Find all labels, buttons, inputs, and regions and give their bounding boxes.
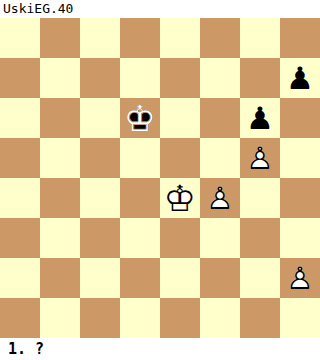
square-e4[interactable]: ♚♔ (160, 178, 200, 218)
square-h4[interactable] (280, 178, 320, 218)
square-e7[interactable] (160, 58, 200, 98)
square-h7[interactable]: ♟ (280, 58, 320, 98)
square-b7[interactable] (40, 58, 80, 98)
square-e5[interactable] (160, 138, 200, 178)
square-a8[interactable] (0, 18, 40, 58)
square-h3[interactable] (280, 218, 320, 258)
square-g6[interactable]: ♟ (240, 98, 280, 138)
white-king-piece: ♚ (160, 178, 200, 218)
black-pawn-piece: ♟ (240, 98, 280, 138)
white-pawn-piece: ♟ (200, 178, 240, 218)
square-g3[interactable] (240, 218, 280, 258)
square-f8[interactable] (200, 18, 240, 58)
square-c5[interactable] (80, 138, 120, 178)
square-a2[interactable] (0, 258, 40, 298)
square-h8[interactable] (280, 18, 320, 58)
square-d8[interactable] (120, 18, 160, 58)
square-f5[interactable] (200, 138, 240, 178)
move-prompt: 1. ? (8, 340, 44, 358)
square-f6[interactable] (200, 98, 240, 138)
square-g8[interactable] (240, 18, 280, 58)
square-b3[interactable] (40, 218, 80, 258)
square-e1[interactable] (160, 298, 200, 338)
square-b5[interactable] (40, 138, 80, 178)
square-g4[interactable] (240, 178, 280, 218)
square-e8[interactable] (160, 18, 200, 58)
chess-diagram: UskiEG.40 ♟♚♔♟♟♙♚♔♟♙♟♙ 1. ? (0, 0, 320, 360)
black-king-piece: ♚ (120, 98, 160, 138)
square-b2[interactable] (40, 258, 80, 298)
square-c3[interactable] (80, 218, 120, 258)
chess-board: ♟♚♔♟♟♙♚♔♟♙♟♙ (0, 18, 320, 338)
square-f1[interactable] (200, 298, 240, 338)
square-c1[interactable] (80, 298, 120, 338)
square-e6[interactable] (160, 98, 200, 138)
square-d7[interactable] (120, 58, 160, 98)
square-a3[interactable] (0, 218, 40, 258)
square-d4[interactable] (120, 178, 160, 218)
black-pawn-piece: ♟ (280, 58, 320, 98)
square-a5[interactable] (0, 138, 40, 178)
square-g1[interactable] (240, 298, 280, 338)
square-d5[interactable] (120, 138, 160, 178)
diagram-title: UskiEG.40 (3, 1, 73, 17)
square-b4[interactable] (40, 178, 80, 218)
square-b6[interactable] (40, 98, 80, 138)
square-e3[interactable] (160, 218, 200, 258)
square-f7[interactable] (200, 58, 240, 98)
square-c4[interactable] (80, 178, 120, 218)
square-c8[interactable] (80, 18, 120, 58)
white-pawn-piece: ♟ (240, 138, 280, 178)
white-pawn-piece: ♟ (280, 258, 320, 298)
square-h1[interactable] (280, 298, 320, 338)
white-pawn-piece-outline: ♙ (240, 138, 280, 178)
black-king-piece-outline: ♔ (120, 98, 160, 138)
square-d2[interactable] (120, 258, 160, 298)
square-d6[interactable]: ♚♔ (120, 98, 160, 138)
square-c6[interactable] (80, 98, 120, 138)
square-a1[interactable] (0, 298, 40, 338)
square-f4[interactable]: ♟♙ (200, 178, 240, 218)
square-b1[interactable] (40, 298, 80, 338)
white-pawn-piece-outline: ♙ (280, 258, 320, 298)
square-g5[interactable]: ♟♙ (240, 138, 280, 178)
square-d3[interactable] (120, 218, 160, 258)
white-king-piece-outline: ♔ (160, 178, 200, 218)
square-h5[interactable] (280, 138, 320, 178)
square-a4[interactable] (0, 178, 40, 218)
square-a7[interactable] (0, 58, 40, 98)
square-d1[interactable] (120, 298, 160, 338)
square-c2[interactable] (80, 258, 120, 298)
square-b8[interactable] (40, 18, 80, 58)
square-f2[interactable] (200, 258, 240, 298)
square-e2[interactable] (160, 258, 200, 298)
square-f3[interactable] (200, 218, 240, 258)
square-c7[interactable] (80, 58, 120, 98)
square-h6[interactable] (280, 98, 320, 138)
square-g2[interactable] (240, 258, 280, 298)
white-pawn-piece-outline: ♙ (200, 178, 240, 218)
square-g7[interactable] (240, 58, 280, 98)
square-a6[interactable] (0, 98, 40, 138)
square-h2[interactable]: ♟♙ (280, 258, 320, 298)
